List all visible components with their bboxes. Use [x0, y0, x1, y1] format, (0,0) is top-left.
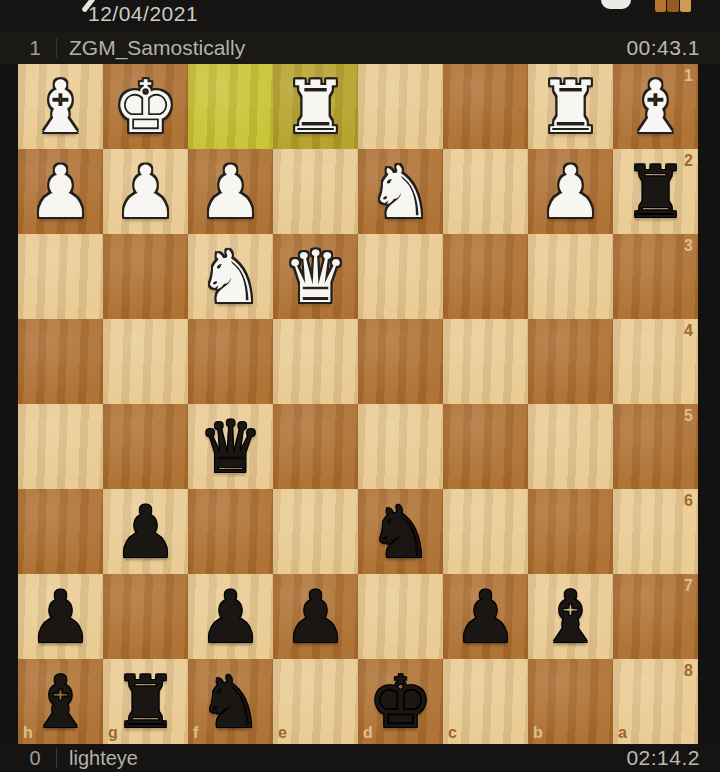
rank-label-2: 2 [684, 153, 693, 169]
top-toolbar: 12/04/2021 [0, 0, 720, 32]
bottom-player-score: 0 [24, 747, 46, 770]
square-b5[interactable] [528, 404, 613, 489]
square-b4[interactable] [528, 319, 613, 404]
file-label-f: f [193, 725, 198, 741]
piece-black-king[interactable]: ♚ [368, 660, 433, 745]
square-a6[interactable]: 6 [613, 489, 698, 574]
square-g7[interactable] [103, 574, 188, 659]
square-a1[interactable]: ♝1 [613, 64, 698, 149]
rank-label-1: 1 [684, 68, 693, 84]
square-e3[interactable]: ♛ [273, 234, 358, 319]
square-f2[interactable]: ♟ [188, 149, 273, 234]
square-g5[interactable] [103, 404, 188, 489]
bar-3 [680, 0, 691, 12]
square-c1[interactable] [443, 64, 528, 149]
toolbar-white-icon[interactable] [601, 0, 631, 9]
square-g4[interactable] [103, 319, 188, 404]
square-h5[interactable] [18, 404, 103, 489]
square-h7[interactable]: ♟ [18, 574, 103, 659]
piece-black-knight[interactable]: ♞ [368, 490, 433, 575]
square-h2[interactable]: ♟ [18, 149, 103, 234]
square-c3[interactable] [443, 234, 528, 319]
square-f4[interactable] [188, 319, 273, 404]
rank-label-6: 6 [684, 493, 693, 509]
piece-white-knight[interactable]: ♞ [198, 235, 263, 320]
piece-white-rook[interactable]: ♜ [283, 65, 348, 150]
square-a8[interactable]: 8a [613, 659, 698, 744]
square-d8[interactable]: ♚d [358, 659, 443, 744]
piece-black-knight[interactable]: ♞ [198, 660, 263, 745]
divider [56, 748, 57, 768]
square-b1[interactable]: ♜ [528, 64, 613, 149]
piece-white-pawn[interactable]: ♟ [28, 150, 93, 235]
square-a5[interactable]: 5 [613, 404, 698, 489]
piece-black-pawn[interactable]: ♟ [283, 575, 348, 660]
square-b2[interactable]: ♟ [528, 149, 613, 234]
piece-black-bishop[interactable]: ♝ [538, 575, 603, 660]
file-label-e: e [278, 725, 287, 741]
square-d7[interactable] [358, 574, 443, 659]
piece-black-queen[interactable]: ♛ [198, 405, 263, 490]
square-d1[interactable] [358, 64, 443, 149]
square-d3[interactable] [358, 234, 443, 319]
square-e2[interactable] [273, 149, 358, 234]
file-label-g: g [108, 725, 118, 741]
square-g1[interactable]: ♚ [103, 64, 188, 149]
square-h1[interactable]: ♝ [18, 64, 103, 149]
piece-black-pawn[interactable]: ♟ [28, 575, 93, 660]
square-g3[interactable] [103, 234, 188, 319]
square-h3[interactable] [18, 234, 103, 319]
square-a4[interactable]: 4 [613, 319, 698, 404]
top-player-name: ZGM_Samostically [69, 36, 626, 60]
game-date: 12/04/2021 [88, 2, 198, 26]
piece-black-rook[interactable]: ♜ [623, 150, 688, 235]
square-f3[interactable]: ♞ [188, 234, 273, 319]
piece-black-pawn[interactable]: ♟ [113, 490, 178, 575]
square-g8[interactable]: ♜g [103, 659, 188, 744]
piece-white-knight[interactable]: ♞ [368, 150, 433, 235]
square-a7[interactable]: 7 [613, 574, 698, 659]
piece-black-bishop[interactable]: ♝ [28, 660, 93, 745]
bottom-player-name: lighteye [69, 747, 626, 770]
square-f6[interactable] [188, 489, 273, 574]
square-c8[interactable]: c [443, 659, 528, 744]
square-h8[interactable]: ♝h [18, 659, 103, 744]
square-f7[interactable]: ♟ [188, 574, 273, 659]
square-c2[interactable] [443, 149, 528, 234]
piece-white-king[interactable]: ♚ [113, 65, 178, 150]
piece-white-queen[interactable]: ♛ [283, 235, 348, 320]
square-b7[interactable]: ♝ [528, 574, 613, 659]
rank-label-3: 3 [684, 238, 693, 254]
file-label-b: b [533, 725, 543, 741]
chess-board: ♝♚♜♜♝1♟♟♟♞♟♜2♞♛34♛5♟♞6♟♟♟♟♝7♝h♜g♞fe♚dcb8… [18, 64, 698, 744]
piece-white-pawn[interactable]: ♟ [538, 150, 603, 235]
file-label-d: d [363, 725, 373, 741]
square-d5[interactable] [358, 404, 443, 489]
square-f1[interactable] [188, 64, 273, 149]
square-a3[interactable]: 3 [613, 234, 698, 319]
piece-white-bishop[interactable]: ♝ [28, 65, 93, 150]
square-e1[interactable]: ♜ [273, 64, 358, 149]
piece-white-pawn[interactable]: ♟ [113, 150, 178, 235]
square-h6[interactable] [18, 489, 103, 574]
piece-black-rook[interactable]: ♜ [113, 660, 178, 745]
piece-white-rook[interactable]: ♜ [538, 65, 603, 150]
square-g2[interactable]: ♟ [103, 149, 188, 234]
top-player-clock: 00:43.1 [626, 36, 700, 60]
square-e4[interactable] [273, 319, 358, 404]
divider [56, 38, 57, 58]
square-c5[interactable] [443, 404, 528, 489]
square-d6[interactable]: ♞ [358, 489, 443, 574]
square-a2[interactable]: ♜2 [613, 149, 698, 234]
file-label-a: a [618, 725, 627, 741]
top-player-bar: 1 ZGM_Samostically 00:43.1 [0, 32, 720, 64]
square-d4[interactable] [358, 319, 443, 404]
square-h4[interactable] [18, 319, 103, 404]
rank-label-7: 7 [684, 578, 693, 594]
rank-label-8: 8 [684, 663, 693, 679]
rank-label-4: 4 [684, 323, 693, 339]
piece-white-pawn[interactable]: ♟ [198, 150, 263, 235]
piece-black-pawn[interactable]: ♟ [198, 575, 263, 660]
square-b3[interactable] [528, 234, 613, 319]
square-e8[interactable]: e [273, 659, 358, 744]
piece-black-pawn[interactable]: ♟ [453, 575, 518, 660]
square-e5[interactable] [273, 404, 358, 489]
square-e7[interactable]: ♟ [273, 574, 358, 659]
bottom-player-clock: 02:14.2 [626, 746, 700, 770]
file-label-c: c [448, 725, 457, 741]
square-d2[interactable]: ♞ [358, 149, 443, 234]
top-player-score: 1 [24, 36, 46, 60]
bar-2 [667, 0, 678, 12]
rank-label-5: 5 [684, 408, 693, 424]
menu-bars-icon[interactable] [655, 0, 691, 12]
square-c7[interactable]: ♟ [443, 574, 528, 659]
board-area: ♝♚♜♜♝1♟♟♟♞♟♜2♞♛34♛5♟♞6♟♟♟♟♝7♝h♜g♞fe♚dcb8… [0, 64, 720, 744]
square-c6[interactable] [443, 489, 528, 574]
file-label-h: h [23, 725, 33, 741]
square-e6[interactable] [273, 489, 358, 574]
bottom-player-bar: 0 lighteye 02:14.2 [0, 744, 720, 772]
square-b6[interactable] [528, 489, 613, 574]
square-f5[interactable]: ♛ [188, 404, 273, 489]
square-b8[interactable]: b [528, 659, 613, 744]
square-g6[interactable]: ♟ [103, 489, 188, 574]
bar-1 [655, 0, 666, 12]
piece-white-bishop[interactable]: ♝ [623, 65, 688, 150]
square-f8[interactable]: ♞f [188, 659, 273, 744]
square-c4[interactable] [443, 319, 528, 404]
